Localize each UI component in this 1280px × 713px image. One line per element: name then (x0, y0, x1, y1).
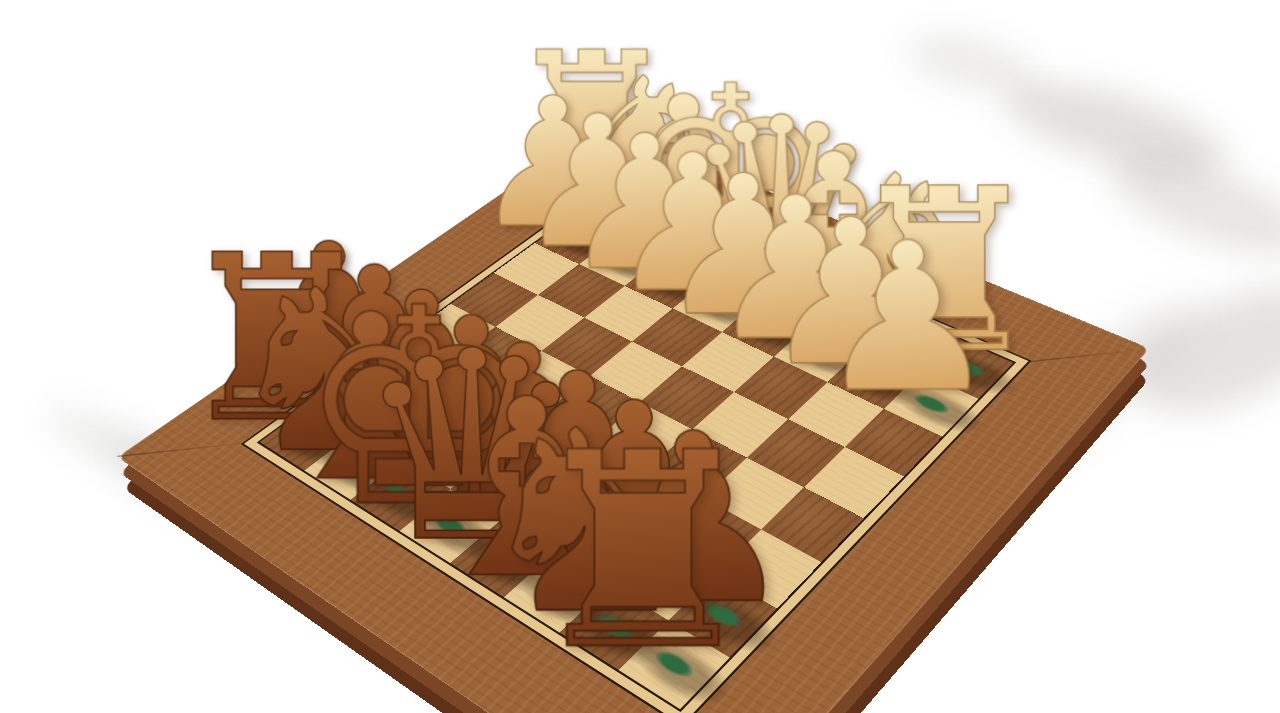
rook-icon: ♜ (522, 417, 764, 687)
scene-tilt: ♜♞♝♚♛♝♞♜♟♟♟♟♟♟♟♟♟♟♟♟♟♟♟♟♜♞♝♚♛♝♞♜ (0, 0, 1280, 713)
pawn-icon: ♟ (816, 215, 1000, 420)
black-rook[interactable]: ♜ (454, 405, 831, 699)
square-a2[interactable]: ♟ (884, 372, 979, 436)
chess-board: ♜♞♝♚♛♝♞♜♟♟♟♟♟♟♟♟♟♟♟♟♟♟♟♟♜♞♝♚♛♝♞♜ (117, 124, 1149, 713)
square-a8[interactable]: ♜ (618, 621, 729, 710)
chess-set-photo: ♜♞♝♚♛♝♞♜♟♟♟♟♟♟♟♟♟♟♟♟♟♟♟♟♜♞♝♚♛♝♞♜ (0, 0, 1280, 713)
scene: ♜♞♝♚♛♝♞♜♟♟♟♟♟♟♟♟♟♟♟♟♟♟♟♟♜♞♝♚♛♝♞♜ (0, 0, 1280, 713)
